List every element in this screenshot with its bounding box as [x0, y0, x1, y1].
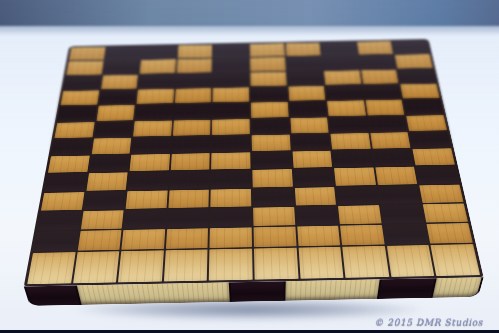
board-cell-r12-c7	[297, 226, 340, 246]
board-cell-r5-c2	[96, 105, 135, 121]
board-cell-r8-c5	[211, 152, 250, 169]
board-cell-r4-c6	[251, 87, 288, 102]
board-cell-r8-c4	[171, 153, 210, 170]
board-cell-r11-c1	[37, 211, 81, 230]
board-cell-r3-c9	[361, 69, 399, 84]
board-cell-r11-c8	[338, 205, 381, 224]
board-cell-r12-c6	[254, 227, 297, 247]
board-cell-r8-c9	[373, 149, 415, 166]
board-cell-r7-c9	[370, 132, 411, 149]
board-band-cell-c7	[298, 247, 343, 279]
board-cell-r10-c4	[168, 189, 209, 208]
board-cell-r8-c2	[89, 155, 130, 172]
board-cell-r5-c10	[403, 99, 443, 115]
board-cell-r3-c1	[63, 75, 101, 90]
board-cell-r9-c5	[211, 170, 251, 188]
board-cell-r1-c5	[214, 44, 249, 58]
board-cell-r4-c4	[175, 88, 212, 103]
board-cell-r7-c3	[132, 137, 171, 154]
board-cell-r11-c5	[210, 208, 251, 227]
front-face-block-2	[77, 282, 230, 304]
board-cell-r5-c3	[135, 104, 173, 120]
board-cell-r3-c7	[287, 71, 324, 86]
board-cell-r8-c7	[292, 151, 332, 168]
board-cell-r8-c3	[130, 154, 170, 171]
board-cell-r11-c2	[80, 210, 123, 229]
board-cell-r4-c5	[213, 87, 249, 102]
board-cell-r7-c5	[212, 135, 250, 152]
board-cell-r1-c2	[105, 46, 141, 60]
board-cell-r6-c7	[290, 117, 329, 133]
cutting-board	[24, 39, 484, 287]
board-cell-r1-c1	[69, 47, 106, 61]
board-cell-r1-c4	[178, 45, 213, 59]
board-cell-r2-c9	[359, 55, 396, 69]
board-cell-r9-c10	[416, 166, 459, 184]
board-cell-r8-c6	[252, 152, 291, 169]
board-cell-r10-c7	[294, 187, 336, 206]
board-cell-r6-c5	[212, 119, 250, 135]
board-band-cell-c10	[431, 244, 480, 276]
cutting-board-scene	[16, 0, 485, 317]
board-cell-r7-c7	[291, 134, 330, 151]
board-cell-r5-c9	[365, 100, 404, 116]
board-cell-r12-c10	[427, 223, 473, 243]
board-cell-r6-c8	[329, 116, 368, 132]
board-cell-r6-c4	[173, 119, 211, 135]
board-cell-r1-c9	[357, 41, 394, 55]
board-cell-r2-c1	[66, 61, 103, 75]
board-cell-r4-c10	[401, 84, 440, 99]
board-cell-r9-c3	[128, 172, 169, 190]
board-cell-r10-c5	[211, 189, 252, 208]
front-face-block-6	[433, 277, 482, 297]
front-face-block-5	[379, 278, 435, 299]
board-cell-r12-c1	[33, 231, 78, 251]
board-cell-r7-c1	[51, 138, 92, 155]
photo-frame: © 2015 DMR Studios	[0, 0, 499, 333]
board-band-cell-c3	[118, 250, 164, 282]
board-cell-r3-c4	[176, 73, 212, 88]
board-band-cell-c9	[387, 245, 435, 277]
board-cell-r5-c6	[251, 102, 288, 118]
board-cell-r9-c2	[86, 173, 128, 191]
board-band-cell-c2	[73, 251, 120, 283]
board-cell-r2-c3	[140, 59, 176, 73]
front-face-block-3	[230, 281, 284, 301]
front-face-block-1	[26, 286, 80, 306]
board-cell-r4-c9	[363, 84, 402, 99]
board-cell-r10-c6	[253, 188, 294, 207]
board-cell-r3-c3	[138, 74, 175, 89]
board-cell-r1-c6	[250, 43, 285, 57]
board-cell-r9-c1	[44, 173, 86, 191]
board-cell-r9-c8	[334, 168, 376, 186]
board-band-cell-c5	[209, 248, 252, 280]
board-cell-r12-c9	[384, 224, 429, 244]
board-cell-r7-c8	[331, 133, 371, 150]
board-cell-r11-c9	[381, 204, 425, 223]
board-cell-r6-c9	[368, 116, 408, 132]
board-cell-r9-c9	[375, 167, 417, 185]
board-cell-r12-c2	[77, 230, 121, 250]
board-cell-r2-c10	[395, 54, 433, 68]
board-cell-r10-c3	[126, 190, 168, 209]
board-cell-r10-c9	[378, 185, 421, 204]
board-cell-r6-c2	[94, 121, 133, 137]
board-cell-r10-c10	[420, 184, 464, 203]
board-cell-r10-c2	[83, 191, 125, 210]
board-cell-r1-c8	[321, 42, 357, 56]
board-cell-r4-c1	[60, 90, 99, 105]
board-cell-r3-c2	[101, 75, 138, 90]
board-cell-r2-c4	[177, 59, 213, 73]
board-cell-r6-c3	[133, 120, 172, 136]
board-cell-r1-c10	[392, 40, 429, 54]
board-cell-r8-c8	[332, 150, 373, 167]
board-cell-r1-c3	[141, 45, 176, 59]
board-cell-r9-c4	[169, 171, 209, 189]
board-cell-r4-c3	[137, 89, 174, 104]
board-cell-r11-c10	[423, 204, 468, 223]
board-cell-r2-c2	[103, 60, 140, 74]
board-band-cell-c4	[164, 249, 208, 281]
board-cell-r3-c6	[250, 72, 286, 87]
board-cell-r6-c6	[251, 118, 289, 134]
board-cell-r12-c3	[122, 229, 165, 249]
board-band-cell-c8	[342, 246, 389, 278]
board-cell-r7-c6	[252, 134, 291, 151]
board-cell-r3-c10	[398, 69, 436, 84]
board-cell-r9-c6	[252, 169, 292, 187]
board-cell-r5-c7	[289, 101, 327, 117]
board-cell-r5-c1	[57, 106, 96, 122]
watermark-text: © 2015 DMR Studios	[374, 317, 483, 327]
board-cell-r3-c8	[324, 70, 361, 85]
board-cell-r6-c10	[406, 115, 447, 131]
board-cell-r7-c10	[410, 131, 451, 148]
board-cell-r6-c1	[54, 122, 94, 138]
board-cell-r11-c4	[167, 209, 209, 228]
board-band-cell-c1	[27, 252, 75, 284]
board-cell-r12-c5	[210, 228, 252, 248]
board-band-cell-c6	[254, 247, 298, 279]
board-cell-r4-c2	[99, 90, 137, 105]
board-cell-r5-c4	[174, 104, 211, 120]
board-cell-r11-c3	[124, 209, 167, 228]
board-cell-r2-c8	[323, 56, 360, 70]
board-cell-r10-c1	[41, 192, 84, 211]
board-cell-r5-c5	[213, 103, 250, 119]
board-cell-r11-c6	[253, 207, 295, 226]
board-cell-r7-c4	[172, 136, 211, 153]
board-cell-r12-c8	[340, 225, 384, 245]
board-cell-r9-c7	[293, 169, 334, 187]
board-cell-r8-c10	[413, 148, 455, 165]
board-grid	[24, 39, 484, 287]
board-cell-r10-c8	[336, 186, 378, 205]
board-cell-r5-c8	[327, 100, 366, 116]
board-cell-r3-c5	[213, 72, 249, 87]
board-cell-r7-c2	[91, 138, 131, 155]
perspective-wrapper	[16, 0, 484, 287]
board-cell-r2-c6	[250, 57, 286, 71]
board-cell-r11-c7	[296, 206, 339, 225]
board-cell-r12-c4	[166, 229, 209, 249]
board-cell-r8-c1	[48, 156, 90, 173]
board-cell-r2-c7	[286, 56, 322, 70]
board-cell-r2-c5	[213, 58, 248, 72]
board-cell-r4-c8	[326, 85, 364, 100]
board-cell-r1-c7	[285, 43, 320, 57]
board-cell-r4-c7	[288, 86, 325, 101]
front-face-block-4	[286, 279, 380, 300]
